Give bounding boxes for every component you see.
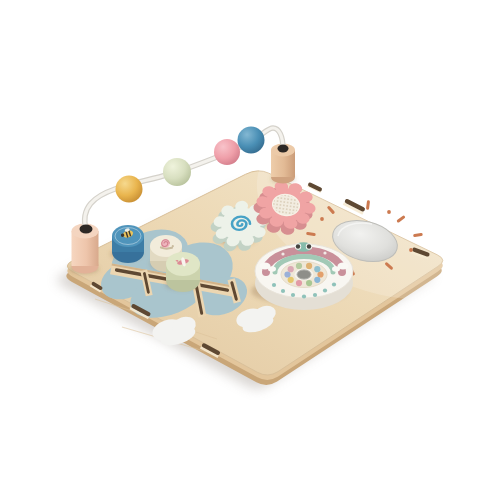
eye: [307, 244, 311, 248]
activity-board-scene: [0, 0, 500, 500]
rainbow-dot: [281, 252, 284, 255]
pink-bead: [214, 139, 240, 165]
yellow-bead: [116, 176, 143, 203]
eye: [296, 244, 300, 248]
product-photo-stage: [0, 0, 500, 500]
airplane-slider-knob: [166, 252, 200, 292]
sage-green-bead: [163, 158, 191, 186]
wire-collar-left: [80, 225, 93, 234]
rainbow-bead-spinner: [255, 242, 353, 310]
spinner-hub: [297, 270, 311, 279]
bee-slider-knob: [112, 225, 144, 263]
wire-collar-right: [278, 145, 289, 153]
rainbow-dot: [323, 251, 326, 254]
blue-bead: [238, 127, 265, 154]
